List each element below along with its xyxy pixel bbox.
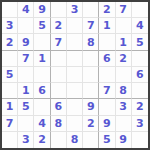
- sudoku-cell-r2c6[interactable]: 7: [83, 18, 99, 34]
- sudoku-cell-r9c9[interactable]: [132, 132, 148, 148]
- given-digit: 1: [6, 101, 14, 112]
- sudoku-cell-r2c1[interactable]: 3: [2, 18, 18, 34]
- sudoku-cell-r7c2[interactable]: 5: [18, 99, 34, 115]
- given-digit: 2: [6, 37, 14, 48]
- sudoku-cell-r2c7[interactable]: 1: [99, 18, 115, 34]
- sudoku-cell-r8c1[interactable]: 7: [2, 116, 18, 132]
- sudoku-cell-r7c6[interactable]: 9: [83, 99, 99, 115]
- given-digit: 2: [103, 4, 111, 15]
- sudoku-cell-r5c1[interactable]: 5: [2, 67, 18, 83]
- sudoku-cell-r8c4[interactable]: 8: [51, 116, 67, 132]
- sudoku-cell-r4c9[interactable]: [132, 51, 148, 67]
- given-digit: 8: [71, 134, 79, 145]
- sudoku-cell-r9c4[interactable]: [51, 132, 67, 148]
- given-digit: 5: [136, 37, 144, 48]
- given-digit: 3: [136, 118, 144, 129]
- given-digit: 5: [22, 101, 30, 112]
- sudoku-cell-r2c4[interactable]: 2: [51, 18, 67, 34]
- given-digit: 5: [103, 134, 111, 145]
- sudoku-cell-r8c6[interactable]: 2: [83, 116, 99, 132]
- sudoku-cell-r1c9[interactable]: [132, 2, 148, 18]
- given-digit: 5: [38, 20, 46, 31]
- sudoku-cell-r7c5[interactable]: [67, 99, 83, 115]
- given-digit: 8: [87, 37, 95, 48]
- sudoku-cell-r8c9[interactable]: 3: [132, 116, 148, 132]
- given-digit: 7: [6, 118, 14, 129]
- sudoku-cell-r2c5[interactable]: [67, 18, 83, 34]
- sudoku-cell-r2c9[interactable]: 4: [132, 18, 148, 34]
- sudoku-cell-r4c6[interactable]: [83, 51, 99, 67]
- given-digit: 8: [54, 118, 62, 129]
- sudoku-cell-r4c5[interactable]: [67, 51, 83, 67]
- sudoku-cell-r3c6[interactable]: 8: [83, 34, 99, 50]
- sudoku-cell-r1c4[interactable]: [51, 2, 67, 18]
- given-digit: 1: [119, 37, 127, 48]
- sudoku-cell-r4c7[interactable]: 6: [99, 51, 115, 67]
- given-digit: 9: [103, 118, 111, 129]
- sudoku-cell-r7c1[interactable]: 1: [2, 99, 18, 115]
- sudoku-cell-r8c3[interactable]: 4: [34, 116, 50, 132]
- sudoku-cell-r5c8[interactable]: [116, 67, 132, 83]
- sudoku-cell-r3c2[interactable]: 9: [18, 34, 34, 50]
- given-digit: 9: [38, 4, 46, 15]
- sudoku-cell-r9c1[interactable]: [2, 132, 18, 148]
- given-digit: 9: [22, 37, 30, 48]
- sudoku-cell-r2c8[interactable]: [116, 18, 132, 34]
- sudoku-cell-r7c7[interactable]: [99, 99, 115, 115]
- given-digit: 1: [38, 53, 46, 64]
- given-digit: 6: [38, 85, 46, 96]
- given-digit: 4: [136, 20, 144, 31]
- given-digit: 7: [103, 85, 111, 96]
- sudoku-cell-r1c5[interactable]: 3: [67, 2, 83, 18]
- sudoku-cell-r5c2[interactable]: [18, 67, 34, 83]
- sudoku-cell-r7c4[interactable]: 6: [51, 99, 67, 115]
- sudoku-cell-r9c6[interactable]: [83, 132, 99, 148]
- sudoku-cell-r3c3[interactable]: [34, 34, 50, 50]
- sudoku-cell-r9c2[interactable]: 3: [18, 132, 34, 148]
- given-digit: 9: [119, 134, 127, 145]
- sudoku-cell-r6c5[interactable]: [67, 83, 83, 99]
- sudoku-cell-r2c3[interactable]: 5: [34, 18, 50, 34]
- sudoku-cell-r4c8[interactable]: 2: [116, 51, 132, 67]
- sudoku-cell-r5c4[interactable]: [51, 67, 67, 83]
- given-digit: 9: [87, 101, 95, 112]
- sudoku-cell-r1c2[interactable]: 4: [18, 2, 34, 18]
- given-digit: 3: [22, 134, 30, 145]
- sudoku-cell-r1c8[interactable]: 7: [116, 2, 132, 18]
- given-digit: 7: [87, 20, 95, 31]
- sudoku-cell-r9c7[interactable]: 5: [99, 132, 115, 148]
- given-digit: 2: [54, 20, 62, 31]
- sudoku-cell-r8c5[interactable]: [67, 116, 83, 132]
- sudoku-cell-r1c6[interactable]: [83, 2, 99, 18]
- sudoku-cell-r3c8[interactable]: 1: [116, 34, 132, 50]
- sudoku-cell-r5c5[interactable]: [67, 67, 83, 83]
- sudoku-cell-r6c2[interactable]: 1: [18, 83, 34, 99]
- given-digit: 2: [119, 53, 127, 64]
- sudoku-cell-r6c4[interactable]: [51, 83, 67, 99]
- sudoku-cell-r7c9[interactable]: 2: [132, 99, 148, 115]
- given-digit: 6: [103, 53, 111, 64]
- sudoku-cell-r8c7[interactable]: 9: [99, 116, 115, 132]
- sudoku-cell-r4c3[interactable]: 1: [34, 51, 50, 67]
- sudoku-cell-r7c3[interactable]: [34, 99, 50, 115]
- sudoku-cell-r3c4[interactable]: 7: [51, 34, 67, 50]
- sudoku-cell-r7c8[interactable]: 3: [116, 99, 132, 115]
- given-digit: 7: [22, 53, 30, 64]
- sudoku-cell-r3c1[interactable]: 2: [2, 34, 18, 50]
- sudoku-cell-r3c5[interactable]: [67, 34, 83, 50]
- sudoku-cell-r6c3[interactable]: 6: [34, 83, 50, 99]
- given-digit: 4: [38, 118, 46, 129]
- sudoku-cell-r6c8[interactable]: 8: [116, 83, 132, 99]
- given-digit: 2: [87, 118, 95, 129]
- sudoku-cell-r4c1[interactable]: [2, 51, 18, 67]
- sudoku-cell-r1c7[interactable]: 2: [99, 2, 115, 18]
- given-digit: 3: [71, 4, 79, 15]
- sudoku-cell-r1c3[interactable]: 9: [34, 2, 50, 18]
- sudoku-cell-r4c2[interactable]: 7: [18, 51, 34, 67]
- given-digit: 1: [22, 85, 30, 96]
- sudoku-cell-r6c9[interactable]: [132, 83, 148, 99]
- sudoku-cell-r3c9[interactable]: 5: [132, 34, 148, 50]
- sudoku-cell-r5c7[interactable]: [99, 67, 115, 83]
- given-digit: 7: [119, 4, 127, 15]
- sudoku-cell-r9c5[interactable]: 8: [67, 132, 83, 148]
- sudoku-cell-r8c8[interactable]: [116, 116, 132, 132]
- sudoku-cell-r1c1[interactable]: [2, 2, 18, 18]
- given-digit: 2: [136, 101, 144, 112]
- sudoku-cell-r5c9[interactable]: 6: [132, 67, 148, 83]
- sudoku-board: 4932735271429781571625616781569327482933…: [0, 0, 150, 150]
- given-digit: 3: [119, 101, 127, 112]
- given-digit: 3: [6, 20, 14, 31]
- sudoku-cell-r6c6[interactable]: [83, 83, 99, 99]
- given-digit: 6: [136, 69, 144, 80]
- given-digit: 6: [54, 101, 62, 112]
- sudoku-cell-r9c3[interactable]: 2: [34, 132, 50, 148]
- sudoku-cell-r2c2[interactable]: [18, 18, 34, 34]
- sudoku-cell-r6c1[interactable]: [2, 83, 18, 99]
- sudoku-cell-r8c2[interactable]: [18, 116, 34, 132]
- sudoku-cell-r6c7[interactable]: 7: [99, 83, 115, 99]
- given-digit: 4: [22, 4, 30, 15]
- given-digit: 1: [103, 20, 111, 31]
- sudoku-cell-r5c6[interactable]: [83, 67, 99, 83]
- sudoku-cell-r5c3[interactable]: [34, 67, 50, 83]
- given-digit: 5: [6, 69, 14, 80]
- given-digit: 7: [54, 37, 62, 48]
- sudoku-cell-r4c4[interactable]: [51, 51, 67, 67]
- sudoku-cell-r3c7[interactable]: [99, 34, 115, 50]
- given-digit: 2: [38, 134, 46, 145]
- sudoku-cell-r9c8[interactable]: 9: [116, 132, 132, 148]
- given-digit: 8: [119, 85, 127, 96]
